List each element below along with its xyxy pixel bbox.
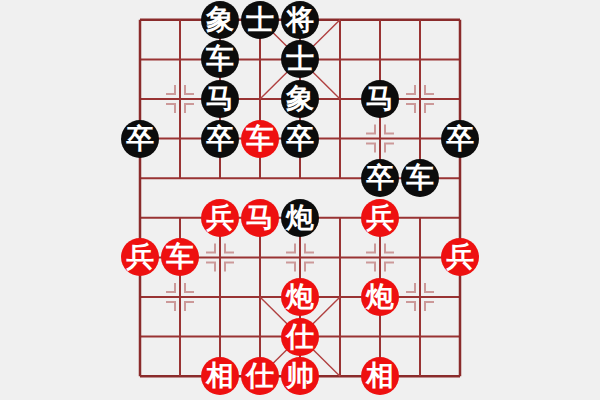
red-soldier[interactable]: 兵 bbox=[121, 238, 159, 276]
red-soldier[interactable]: 兵 bbox=[441, 238, 479, 276]
black-horse[interactable]: 马 bbox=[361, 80, 399, 118]
red-elephant[interactable]: 相 bbox=[361, 357, 399, 395]
black-general[interactable]: 将 bbox=[281, 1, 319, 39]
black-soldier[interactable]: 卒 bbox=[121, 120, 159, 158]
black-horse[interactable]: 马 bbox=[201, 80, 239, 118]
red-cannon[interactable]: 炮 bbox=[361, 278, 399, 316]
black-soldier[interactable]: 卒 bbox=[201, 120, 239, 158]
piece-grid: 象士将车士马象马卒卒车卒卒卒车兵马炮兵兵车兵炮炮仕相仕帅相 bbox=[120, 0, 480, 396]
black-elephant[interactable]: 象 bbox=[201, 1, 239, 39]
black-advisor[interactable]: 士 bbox=[281, 40, 319, 78]
black-soldier[interactable]: 卒 bbox=[441, 120, 479, 158]
xiangqi-board: 象士将车士马象马卒卒车卒卒卒车兵马炮兵兵车兵炮炮仕相仕帅相 bbox=[0, 0, 600, 400]
black-chariot[interactable]: 车 bbox=[201, 40, 239, 78]
red-soldier[interactable]: 兵 bbox=[201, 199, 239, 237]
black-advisor[interactable]: 士 bbox=[241, 1, 279, 39]
red-chariot[interactable]: 车 bbox=[161, 238, 199, 276]
red-soldier[interactable]: 兵 bbox=[361, 199, 399, 237]
red-elephant[interactable]: 相 bbox=[201, 357, 239, 395]
red-advisor[interactable]: 仕 bbox=[281, 318, 319, 356]
red-cannon[interactable]: 炮 bbox=[281, 278, 319, 316]
black-chariot[interactable]: 车 bbox=[401, 159, 439, 197]
red-chariot[interactable]: 车 bbox=[241, 120, 279, 158]
black-soldier[interactable]: 卒 bbox=[361, 159, 399, 197]
red-advisor[interactable]: 仕 bbox=[241, 357, 279, 395]
xiangqi-screenshot: 象士将车士马象马卒卒车卒卒卒车兵马炮兵兵车兵炮炮仕相仕帅相 bbox=[0, 0, 600, 400]
black-elephant[interactable]: 象 bbox=[281, 80, 319, 118]
red-general[interactable]: 帅 bbox=[281, 357, 319, 395]
black-cannon[interactable]: 炮 bbox=[281, 199, 319, 237]
black-soldier[interactable]: 卒 bbox=[281, 120, 319, 158]
red-horse[interactable]: 马 bbox=[241, 199, 279, 237]
